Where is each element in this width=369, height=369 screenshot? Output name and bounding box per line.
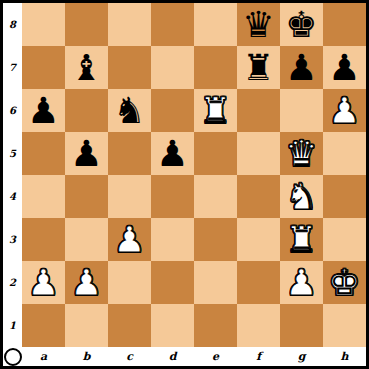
square-b1[interactable] <box>65 304 108 347</box>
white-queen-g5[interactable]: ♛ <box>285 132 317 175</box>
square-g3[interactable]: ♜ <box>280 218 323 261</box>
square-c8[interactable] <box>108 3 151 46</box>
square-f1[interactable] <box>237 304 280 347</box>
square-h5[interactable] <box>323 132 366 175</box>
square-h2[interactable]: ♚ <box>323 261 366 304</box>
square-c5[interactable] <box>108 132 151 175</box>
white-pawn-h6[interactable]: ♟ <box>328 89 360 132</box>
square-f4[interactable] <box>237 175 280 218</box>
square-b4[interactable] <box>65 175 108 218</box>
square-a1[interactable] <box>22 304 65 347</box>
square-g7[interactable]: ♟ <box>280 46 323 89</box>
square-g6[interactable] <box>280 89 323 132</box>
square-d4[interactable] <box>151 175 194 218</box>
chess-board[interactable]: ♛♚♝♜♟♟♟♞♜♟♟♟♛♞♟♜♟♟♟♚ <box>22 3 366 347</box>
square-d5[interactable]: ♟ <box>151 132 194 175</box>
square-f6[interactable] <box>237 89 280 132</box>
square-a7[interactable] <box>22 46 65 89</box>
black-rook-f7[interactable]: ♜ <box>242 46 274 89</box>
square-f8[interactable]: ♛ <box>237 3 280 46</box>
square-b6[interactable] <box>65 89 108 132</box>
square-d8[interactable] <box>151 3 194 46</box>
square-c3[interactable]: ♟ <box>108 218 151 261</box>
rank-label-1: 1 <box>3 304 22 347</box>
file-label-d: d <box>151 347 194 366</box>
square-c6[interactable]: ♞ <box>108 89 151 132</box>
diagram-inner: 87654321 ♛♚♝♜♟♟♟♞♜♟♟♟♛♞♟♜♟♟♟♚ abcdefgh <box>3 3 366 366</box>
square-f5[interactable] <box>237 132 280 175</box>
chess-diagram: 87654321 ♛♚♝♜♟♟♟♞♜♟♟♟♛♞♟♜♟♟♟♚ abcdefgh <box>0 0 369 369</box>
white-to-move-circle-icon <box>4 348 22 366</box>
black-pawn-h7[interactable]: ♟ <box>328 46 360 89</box>
square-h1[interactable] <box>323 304 366 347</box>
square-e5[interactable] <box>194 132 237 175</box>
square-b5[interactable]: ♟ <box>65 132 108 175</box>
square-a5[interactable] <box>22 132 65 175</box>
square-e6[interactable]: ♜ <box>194 89 237 132</box>
square-e1[interactable] <box>194 304 237 347</box>
white-rook-g3[interactable]: ♜ <box>285 218 317 261</box>
square-c1[interactable] <box>108 304 151 347</box>
turn-indicator <box>3 347 22 366</box>
square-h4[interactable] <box>323 175 366 218</box>
rank-label-7: 7 <box>3 46 22 89</box>
file-label-g: g <box>280 347 323 366</box>
square-g4[interactable]: ♞ <box>280 175 323 218</box>
square-b8[interactable] <box>65 3 108 46</box>
file-label-e: e <box>194 347 237 366</box>
rank-label-3: 3 <box>3 218 22 261</box>
white-pawn-b2[interactable]: ♟ <box>70 261 102 304</box>
square-f2[interactable] <box>237 261 280 304</box>
white-king-h2[interactable]: ♚ <box>328 261 360 304</box>
file-label-b: b <box>65 347 108 366</box>
square-c2[interactable] <box>108 261 151 304</box>
square-h6[interactable]: ♟ <box>323 89 366 132</box>
white-knight-g4[interactable]: ♞ <box>285 175 317 218</box>
black-bishop-b7[interactable]: ♝ <box>70 46 102 89</box>
square-g1[interactable] <box>280 304 323 347</box>
square-d2[interactable] <box>151 261 194 304</box>
square-e8[interactable] <box>194 3 237 46</box>
square-d1[interactable] <box>151 304 194 347</box>
square-e4[interactable] <box>194 175 237 218</box>
white-rook-e6[interactable]: ♜ <box>199 89 231 132</box>
square-g2[interactable]: ♟ <box>280 261 323 304</box>
rank-label-5: 5 <box>3 132 22 175</box>
black-pawn-d5[interactable]: ♟ <box>156 132 188 175</box>
file-label-f: f <box>237 347 280 366</box>
square-b7[interactable]: ♝ <box>65 46 108 89</box>
square-d3[interactable] <box>151 218 194 261</box>
square-c7[interactable] <box>108 46 151 89</box>
white-pawn-g2[interactable]: ♟ <box>285 261 317 304</box>
square-a2[interactable]: ♟ <box>22 261 65 304</box>
black-king-g8[interactable]: ♚ <box>285 3 317 46</box>
square-a3[interactable] <box>22 218 65 261</box>
black-pawn-b5[interactable]: ♟ <box>70 132 102 175</box>
rank-label-6: 6 <box>3 89 22 132</box>
rank-label-4: 4 <box>3 175 22 218</box>
white-pawn-c3[interactable]: ♟ <box>113 218 145 261</box>
square-h7[interactable]: ♟ <box>323 46 366 89</box>
file-labels: abcdefgh <box>22 347 366 366</box>
white-pawn-a2[interactable]: ♟ <box>27 261 59 304</box>
square-d6[interactable] <box>151 89 194 132</box>
square-e7[interactable] <box>194 46 237 89</box>
file-label-h: h <box>323 347 366 366</box>
square-b2[interactable]: ♟ <box>65 261 108 304</box>
black-pawn-g7[interactable]: ♟ <box>285 46 317 89</box>
square-a6[interactable]: ♟ <box>22 89 65 132</box>
rank-labels: 87654321 <box>3 3 22 347</box>
file-label-a: a <box>22 347 65 366</box>
black-knight-c6[interactable]: ♞ <box>113 89 145 132</box>
square-h3[interactable] <box>323 218 366 261</box>
square-h8[interactable] <box>323 3 366 46</box>
square-f7[interactable]: ♜ <box>237 46 280 89</box>
square-g5[interactable]: ♛ <box>280 132 323 175</box>
black-queen-f8[interactable]: ♛ <box>242 3 274 46</box>
square-a8[interactable] <box>22 3 65 46</box>
square-g8[interactable]: ♚ <box>280 3 323 46</box>
square-e3[interactable] <box>194 218 237 261</box>
square-f3[interactable] <box>237 218 280 261</box>
square-a4[interactable] <box>22 175 65 218</box>
square-b3[interactable] <box>65 218 108 261</box>
file-label-c: c <box>108 347 151 366</box>
rank-label-2: 2 <box>3 261 22 304</box>
square-c4[interactable] <box>108 175 151 218</box>
rank-label-8: 8 <box>3 3 22 46</box>
black-pawn-a6[interactable]: ♟ <box>27 89 59 132</box>
square-e2[interactable] <box>194 261 237 304</box>
square-d7[interactable] <box>151 46 194 89</box>
